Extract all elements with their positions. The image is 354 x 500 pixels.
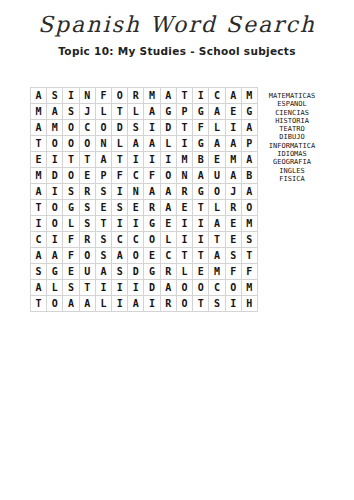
grid-cell[interactable]: I bbox=[96, 280, 112, 296]
grid-cell[interactable]: O bbox=[112, 88, 128, 104]
grid-cell[interactable]: L bbox=[112, 136, 128, 152]
grid-cell[interactable]: T bbox=[209, 232, 225, 248]
grid-cell[interactable]: C bbox=[128, 232, 144, 248]
grid-cell[interactable]: S bbox=[63, 184, 79, 200]
word-list-item: CIENCIAS bbox=[260, 109, 324, 117]
grid-cell[interactable]: A bbox=[112, 248, 128, 264]
grid-cell[interactable]: T bbox=[242, 248, 258, 264]
word-list-item: ESPANOL bbox=[260, 100, 324, 108]
grid-cell[interactable]: N bbox=[96, 136, 112, 152]
grid-cell[interactable]: E bbox=[128, 200, 144, 216]
page-title: Spanish Word Search bbox=[0, 12, 354, 37]
grid-cell[interactable]: A bbox=[128, 296, 144, 312]
grid-cell[interactable]: R bbox=[161, 264, 177, 280]
grid-cell[interactable]: S bbox=[242, 232, 258, 248]
grid-cell[interactable]: G bbox=[242, 104, 258, 120]
grid-cell[interactable]: E bbox=[226, 232, 242, 248]
grid-cell[interactable]: P bbox=[242, 136, 258, 152]
grid-cell[interactable]: I bbox=[128, 280, 144, 296]
word-list-item: GEOGRAFIA bbox=[260, 158, 324, 166]
grid-cell[interactable]: O bbox=[177, 280, 193, 296]
grid-cell[interactable]: S bbox=[96, 248, 112, 264]
grid-cell[interactable]: I bbox=[144, 120, 160, 136]
grid-cell[interactable]: G bbox=[193, 184, 209, 200]
grid-cell[interactable]: E bbox=[226, 104, 242, 120]
grid-cell[interactable]: G bbox=[47, 264, 63, 280]
grid-cell[interactable]: A bbox=[31, 88, 47, 104]
grid-cell[interactable]: O bbox=[242, 200, 258, 216]
grid-cell[interactable]: A bbox=[226, 136, 242, 152]
grid-cell[interactable]: I bbox=[144, 152, 160, 168]
grid-cell[interactable]: I bbox=[63, 88, 79, 104]
word-list-item: HISTORIA bbox=[260, 117, 324, 125]
worksheet-page: Spanish Word Search Topic 10: My Studies… bbox=[0, 0, 354, 500]
grid-cell[interactable]: O bbox=[177, 296, 193, 312]
grid-cell[interactable]: T bbox=[193, 200, 209, 216]
grid-cell[interactable]: S bbox=[112, 200, 128, 216]
grid-cell[interactable]: A bbox=[47, 248, 63, 264]
grid-cell[interactable]: O bbox=[209, 184, 225, 200]
grid-cell[interactable]: J bbox=[226, 184, 242, 200]
grid-cell[interactable]: A bbox=[242, 152, 258, 168]
grid-cell[interactable]: A bbox=[96, 152, 112, 168]
grid-cell[interactable]: E bbox=[161, 216, 177, 232]
grid-cell[interactable]: T bbox=[80, 280, 96, 296]
grid-cell[interactable]: S bbox=[63, 280, 79, 296]
grid-cell[interactable]: S bbox=[47, 88, 63, 104]
page-subtitle: Topic 10: My Studies - School subjects bbox=[0, 45, 354, 57]
word-list-item: INGLES bbox=[260, 167, 324, 175]
grid-cell[interactable]: R bbox=[128, 88, 144, 104]
grid-cell[interactable]: I bbox=[193, 232, 209, 248]
grid-cell[interactable]: O bbox=[80, 136, 96, 152]
grid-cell[interactable]: T bbox=[80, 152, 96, 168]
grid-cell[interactable]: F bbox=[63, 232, 79, 248]
word-list-item: IDIOMAS bbox=[260, 150, 324, 158]
grid-cell[interactable]: R bbox=[161, 296, 177, 312]
grid-cell[interactable]: E bbox=[226, 216, 242, 232]
grid-cell[interactable]: M bbox=[242, 88, 258, 104]
grid-cell[interactable]: T bbox=[112, 152, 128, 168]
grid-cell[interactable]: T bbox=[177, 88, 193, 104]
grid-cell[interactable]: F bbox=[193, 120, 209, 136]
grid-cell[interactable]: O bbox=[144, 232, 160, 248]
grid-cell[interactable]: E bbox=[209, 152, 225, 168]
grid-cell[interactable]: N bbox=[177, 168, 193, 184]
grid-cell[interactable]: I bbox=[177, 216, 193, 232]
grid-cell[interactable]: E bbox=[80, 168, 96, 184]
grid-cell[interactable]: T bbox=[193, 296, 209, 312]
grid-cell[interactable]: E bbox=[63, 264, 79, 280]
grid-cell[interactable]: D bbox=[112, 120, 128, 136]
grid-cell[interactable]: P bbox=[177, 104, 193, 120]
grid-cell[interactable]: A bbox=[161, 88, 177, 104]
grid-cell[interactable]: D bbox=[144, 280, 160, 296]
grid-cell[interactable]: I bbox=[112, 280, 128, 296]
grid-cell[interactable]: S bbox=[226, 248, 242, 264]
grid-cell[interactable]: O bbox=[63, 168, 79, 184]
grid-cell[interactable]: E bbox=[96, 200, 112, 216]
grid-cell[interactable]: T bbox=[31, 296, 47, 312]
grid-cell[interactable]: I bbox=[128, 152, 144, 168]
grid-cell[interactable]: A bbox=[31, 120, 47, 136]
grid-cell[interactable]: I bbox=[177, 232, 193, 248]
grid-cell[interactable]: L bbox=[63, 216, 79, 232]
grid-cell[interactable]: S bbox=[63, 104, 79, 120]
grid-cell[interactable]: A bbox=[242, 120, 258, 136]
grid-cell[interactable]: F bbox=[226, 264, 242, 280]
grid-cell[interactable]: A bbox=[161, 184, 177, 200]
grid-cell[interactable]: U bbox=[80, 264, 96, 280]
grid-cell[interactable]: A bbox=[193, 168, 209, 184]
grid-cell[interactable]: R bbox=[80, 184, 96, 200]
grid-cell[interactable]: M bbox=[144, 88, 160, 104]
grid-cell[interactable]: G bbox=[144, 216, 160, 232]
grid-cell[interactable]: L bbox=[161, 232, 177, 248]
grid-cell[interactable]: A bbox=[209, 104, 225, 120]
grid-cell[interactable]: O bbox=[47, 216, 63, 232]
grid-cell[interactable]: A bbox=[161, 200, 177, 216]
grid-cell[interactable]: S bbox=[128, 120, 144, 136]
grid-cell[interactable]: L bbox=[96, 296, 112, 312]
grid-cell[interactable]: A bbox=[209, 248, 225, 264]
grid-cell[interactable]: O bbox=[80, 248, 96, 264]
grid-cell[interactable]: A bbox=[226, 168, 242, 184]
grid-cell[interactable]: M bbox=[31, 104, 47, 120]
grid-cell[interactable]: R bbox=[80, 232, 96, 248]
grid-cell[interactable]: I bbox=[144, 296, 160, 312]
word-list-item: FISICA bbox=[260, 175, 324, 183]
grid-cell[interactable]: N bbox=[128, 184, 144, 200]
grid-cell[interactable]: O bbox=[63, 136, 79, 152]
grid-cell[interactable]: A bbox=[31, 248, 47, 264]
grid-cell[interactable]: M bbox=[242, 216, 258, 232]
grid-cell[interactable]: F bbox=[144, 168, 160, 184]
grid-cell[interactable]: A bbox=[209, 216, 225, 232]
grid-cell[interactable]: T bbox=[63, 152, 79, 168]
grid-cell[interactable]: S bbox=[96, 232, 112, 248]
grid-cell[interactable]: A bbox=[96, 264, 112, 280]
grid-cell[interactable]: S bbox=[96, 184, 112, 200]
grid-cell[interactable]: S bbox=[31, 264, 47, 280]
grid-cell[interactable]: O bbox=[47, 136, 63, 152]
grid-cell[interactable]: I bbox=[31, 216, 47, 232]
grid-cell[interactable]: L bbox=[128, 104, 144, 120]
grid-cell[interactable]: A bbox=[242, 184, 258, 200]
grid-cell[interactable]: T bbox=[177, 120, 193, 136]
grid-cell[interactable]: A bbox=[144, 136, 160, 152]
grid-cell[interactable]: I bbox=[161, 152, 177, 168]
grid-cell[interactable]: G bbox=[161, 104, 177, 120]
grid-cell[interactable]: I bbox=[226, 296, 242, 312]
grid-cell[interactable]: C bbox=[209, 280, 225, 296]
grid-cell[interactable]: A bbox=[161, 280, 177, 296]
grid-cell[interactable]: A bbox=[144, 184, 160, 200]
grid-cell[interactable]: A bbox=[144, 104, 160, 120]
grid-cell[interactable]: L bbox=[161, 136, 177, 152]
grid-cell[interactable]: J bbox=[80, 104, 96, 120]
grid-cell[interactable]: C bbox=[80, 120, 96, 136]
grid-cell[interactable]: I bbox=[112, 184, 128, 200]
grid-cell[interactable]: O bbox=[47, 296, 63, 312]
grid-cell[interactable]: A bbox=[209, 136, 225, 152]
grid-cell[interactable]: M bbox=[31, 168, 47, 184]
grid-cell[interactable]: A bbox=[31, 184, 47, 200]
grid-cell[interactable]: S bbox=[209, 296, 225, 312]
grid-cell[interactable]: A bbox=[47, 104, 63, 120]
grid-cell[interactable]: O bbox=[63, 120, 79, 136]
grid-cell[interactable]: O bbox=[128, 248, 144, 264]
grid-cell[interactable]: F bbox=[242, 264, 258, 280]
grid-cell[interactable]: C bbox=[209, 88, 225, 104]
grid-cell[interactable]: L bbox=[47, 280, 63, 296]
grid-cell[interactable]: L bbox=[209, 200, 225, 216]
grid-cell[interactable]: S bbox=[80, 216, 96, 232]
word-list-item: TEATRO bbox=[260, 125, 324, 133]
grid-cell[interactable]: M bbox=[209, 264, 225, 280]
word-list-item: INFORMATICA bbox=[260, 142, 324, 150]
grid-cell[interactable]: T bbox=[96, 216, 112, 232]
grid-cell[interactable]: C bbox=[31, 232, 47, 248]
grid-cell[interactable]: T bbox=[31, 136, 47, 152]
grid-cell[interactable]: T bbox=[193, 248, 209, 264]
grid-cell[interactable]: L bbox=[96, 104, 112, 120]
grid-cell[interactable]: E bbox=[193, 264, 209, 280]
grid-cell[interactable]: M bbox=[242, 280, 258, 296]
grid-cell[interactable]: I bbox=[112, 216, 128, 232]
grid-cell[interactable]: O bbox=[47, 200, 63, 216]
grid-cell[interactable]: C bbox=[128, 168, 144, 184]
grid-cell[interactable]: L bbox=[209, 120, 225, 136]
grid-cell[interactable]: I bbox=[177, 136, 193, 152]
grid-cell[interactable]: O bbox=[193, 280, 209, 296]
grid-cell[interactable]: G bbox=[193, 136, 209, 152]
grid-cell[interactable]: I bbox=[47, 152, 63, 168]
grid-cell[interactable]: M bbox=[47, 120, 63, 136]
grid-cell[interactable]: M bbox=[226, 152, 242, 168]
grid-cell[interactable]: D bbox=[161, 120, 177, 136]
grid-cell[interactable]: E bbox=[31, 152, 47, 168]
grid-cell[interactable]: F bbox=[112, 168, 128, 184]
grid-cell[interactable]: A bbox=[128, 136, 144, 152]
grid-cell[interactable]: S bbox=[80, 200, 96, 216]
grid-cell[interactable]: T bbox=[112, 104, 128, 120]
grid-cell[interactable]: A bbox=[31, 280, 47, 296]
grid-cell[interactable]: D bbox=[47, 168, 63, 184]
grid-cell[interactable]: N bbox=[80, 88, 96, 104]
grid-cell[interactable]: T bbox=[177, 248, 193, 264]
grid-cell[interactable]: I bbox=[112, 296, 128, 312]
grid-cell[interactable]: E bbox=[177, 200, 193, 216]
grid-cell[interactable]: U bbox=[209, 168, 225, 184]
grid-cell[interactable]: I bbox=[128, 216, 144, 232]
word-list-item: MATEMATICAS bbox=[260, 92, 324, 100]
grid-cell[interactable]: F bbox=[63, 248, 79, 264]
grid-cell[interactable]: I bbox=[193, 216, 209, 232]
grid-cell[interactable]: P bbox=[96, 168, 112, 184]
grid-cell[interactable]: F bbox=[96, 88, 112, 104]
grid-cell[interactable]: C bbox=[112, 232, 128, 248]
grid-cell[interactable]: A bbox=[63, 296, 79, 312]
grid-cell[interactable]: O bbox=[96, 120, 112, 136]
grid-cell[interactable]: G bbox=[144, 264, 160, 280]
grid-cell[interactable]: S bbox=[112, 264, 128, 280]
grid-cell[interactable]: H bbox=[242, 296, 258, 312]
grid-cell[interactable]: O bbox=[161, 168, 177, 184]
grid-cell[interactable]: E bbox=[144, 248, 160, 264]
grid-cell[interactable]: G bbox=[193, 104, 209, 120]
grid-cell[interactable]: A bbox=[226, 88, 242, 104]
grid-cell[interactable]: G bbox=[63, 200, 79, 216]
grid-cell[interactable]: I bbox=[47, 184, 63, 200]
grid-cell[interactable]: T bbox=[31, 200, 47, 216]
grid-cell[interactable]: B bbox=[193, 152, 209, 168]
grid-cell[interactable]: I bbox=[47, 232, 63, 248]
grid-cell[interactable]: I bbox=[193, 88, 209, 104]
grid-cell[interactable]: R bbox=[177, 184, 193, 200]
grid-cell[interactable]: M bbox=[177, 152, 193, 168]
grid-cell[interactable]: B bbox=[242, 168, 258, 184]
word-search-grid: ASINFORMATICAMMASJLTLAGPGAEGAMOCODSIDTFL… bbox=[30, 87, 258, 312]
grid-cell[interactable]: A bbox=[80, 296, 96, 312]
word-list: MATEMATICASESPANOLCIENCIASHISTORIATEATRO… bbox=[260, 92, 324, 183]
grid-cell[interactable]: R bbox=[226, 200, 242, 216]
grid-cell[interactable]: I bbox=[226, 120, 242, 136]
word-list-item: DIBUJO bbox=[260, 133, 324, 141]
grid-cell[interactable]: L bbox=[177, 264, 193, 280]
grid-cell[interactable]: R bbox=[144, 200, 160, 216]
grid-cell[interactable]: O bbox=[226, 280, 242, 296]
grid-cell[interactable]: C bbox=[161, 248, 177, 264]
grid-cell[interactable]: D bbox=[128, 264, 144, 280]
